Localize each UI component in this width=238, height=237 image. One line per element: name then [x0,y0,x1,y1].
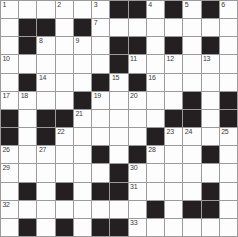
cell-r1-c11[interactable] [202,19,219,36]
block-cell-r5-c4 [74,92,91,109]
cell-r5-c3[interactable] [56,92,73,109]
cell-r10-c10[interactable] [183,183,200,200]
cell-r9-c9[interactable] [165,164,182,181]
cell-r5-c11[interactable] [202,92,219,109]
cell-r6-c4[interactable]: 21 [74,110,91,127]
block-cell-r2-c11 [202,37,219,54]
cell-r9-c8[interactable] [147,164,164,181]
cell-r8-c2[interactable]: 27 [37,146,54,163]
cell-r8-c6[interactable] [110,146,127,163]
block-cell-r4-c1 [19,74,36,91]
cell-r5-c2[interactable] [37,92,54,109]
cell-r9-c10[interactable] [183,164,200,181]
cell-r8-c3[interactable] [56,146,73,163]
cell-r6-c5[interactable] [92,110,109,127]
clue-number-15: 15 [112,74,119,82]
cell-r5-c8[interactable] [147,92,164,109]
cell-r0-c12[interactable]: 6 [220,1,237,18]
cell-r6-c8[interactable] [147,110,164,127]
cell-r0-c8[interactable]: 4 [147,1,164,18]
block-cell-r12-c3 [56,219,73,236]
block-cell-r0-c7 [129,1,146,18]
cell-r8-c8[interactable]: 28 [147,146,164,163]
clue-number-13: 13 [203,55,210,63]
cell-r11-c0[interactable]: 32 [1,201,18,218]
block-cell-r6-c3 [56,110,73,127]
cell-r11-c4[interactable] [74,201,91,218]
clue-number-20: 20 [130,92,137,100]
cell-r12-c4[interactable] [74,219,91,236]
cell-r5-c6[interactable] [110,92,127,109]
cell-r7-c1[interactable] [19,128,36,145]
cell-r12-c12[interactable] [220,219,237,236]
clue-number-9: 9 [75,37,79,45]
block-cell-r12-c1 [19,219,36,236]
cell-r7-c3[interactable]: 22 [56,128,73,145]
cell-r3-c7[interactable]: 11 [129,55,146,72]
cell-r10-c0[interactable] [1,183,18,200]
block-cell-r5-c10 [183,92,200,109]
cell-r4-c12[interactable] [220,74,237,91]
cell-r8-c0[interactable]: 26 [1,146,18,163]
clue-number-10: 10 [3,55,10,63]
clue-number-17: 17 [3,92,10,100]
cell-r3-c3[interactable] [56,55,73,72]
cell-r9-c12[interactable] [220,164,237,181]
cell-r5-c5[interactable]: 19 [92,92,109,109]
clue-number-16: 16 [148,74,155,82]
cell-r9-c2[interactable] [37,164,54,181]
cell-r7-c4[interactable] [74,128,91,145]
block-cell-r11-c11 [202,201,219,218]
cell-r4-c0[interactable] [1,74,18,91]
cell-r4-c2[interactable]: 14 [37,74,54,91]
clue-number-3: 3 [94,1,98,9]
block-cell-r4-c7 [129,74,146,91]
cell-r12-c11[interactable] [202,219,219,236]
cell-r3-c0[interactable]: 10 [1,55,18,72]
cell-r2-c5[interactable] [92,37,109,54]
cell-r10-c7[interactable]: 31 [129,183,146,200]
cell-r5-c7[interactable]: 20 [129,92,146,109]
cell-r8-c4[interactable] [74,146,91,163]
cell-r8-c9[interactable] [165,146,182,163]
cell-r0-c2[interactable] [37,1,54,18]
cell-r12-c9[interactable] [165,219,182,236]
cell-r7-c5[interactable] [92,128,109,145]
cell-r1-c12[interactable] [220,19,237,36]
cell-r12-c0[interactable] [1,219,18,236]
cell-r1-c5[interactable]: 7 [92,19,109,36]
cell-r8-c10[interactable] [183,146,200,163]
cell-r8-c1[interactable] [19,146,36,163]
cell-r9-c3[interactable] [56,164,73,181]
block-cell-r1-c4 [74,19,91,36]
block-cell-r7-c2 [37,128,54,145]
cell-r12-c8[interactable] [147,219,164,236]
clue-number-25: 25 [221,128,228,136]
cell-r0-c0[interactable]: 1 [1,1,18,18]
cell-r10-c4[interactable] [74,183,91,200]
cell-r0-c1[interactable] [19,1,36,18]
clue-number-11: 11 [130,55,137,63]
clue-number-27: 27 [39,146,46,154]
clue-number-19: 19 [94,92,101,100]
cell-r2-c0[interactable] [1,37,18,54]
clue-number-29: 29 [3,164,10,172]
block-cell-r10-c11 [202,183,219,200]
cell-r7-c7[interactable] [129,128,146,145]
cell-r0-c3[interactable]: 2 [56,1,73,18]
block-cell-r1-c2 [37,19,54,36]
cell-r3-c1[interactable] [19,55,36,72]
cell-r5-c9[interactable] [165,92,182,109]
cell-r2-c4[interactable]: 9 [74,37,91,54]
cell-r6-c1[interactable] [19,110,36,127]
cell-r1-c10[interactable] [183,19,200,36]
cell-r9-c0[interactable]: 29 [1,164,18,181]
clue-number-24: 24 [185,128,192,136]
cell-r6-c7[interactable] [129,110,146,127]
cell-r3-c5[interactable] [92,55,109,72]
cell-r11-c5[interactable] [92,201,109,218]
block-cell-r12-c5 [92,219,109,236]
block-cell-r6-c0 [1,110,18,127]
cell-r12-c7[interactable]: 33 [129,219,146,236]
clue-number-2: 2 [57,1,61,9]
cell-r1-c8[interactable] [147,19,164,36]
cell-r0-c10[interactable]: 5 [183,1,200,18]
cell-r12-c10[interactable] [183,219,200,236]
block-cell-r3-c6 [110,55,127,72]
cell-r0-c5[interactable]: 3 [92,1,109,18]
clue-number-8: 8 [39,37,43,45]
block-cell-r0-c6 [110,1,127,18]
cell-r7-c6[interactable] [110,128,127,145]
block-cell-r10-c3 [56,183,73,200]
block-cell-r6-c9 [165,110,182,127]
clue-number-6: 6 [221,1,225,9]
block-cell-r2-c7 [129,37,146,54]
block-cell-r2-c9 [165,37,182,54]
clue-number-32: 32 [3,201,10,209]
block-cell-r9-c6 [110,164,127,181]
cell-r1-c7[interactable] [129,19,146,36]
cell-r11-c3[interactable] [56,201,73,218]
cell-r4-c10[interactable] [183,74,200,91]
block-cell-r2-c6 [110,37,127,54]
block-cell-r8-c7 [129,146,146,163]
cell-r10-c12[interactable] [220,183,237,200]
block-cell-r8-c11 [202,146,219,163]
cell-r4-c9[interactable] [165,74,182,91]
clue-number-26: 26 [3,146,10,154]
cell-r9-c7[interactable]: 30 [129,164,146,181]
cell-r9-c1[interactable] [19,164,36,181]
cell-r2-c12[interactable] [220,37,237,54]
cell-r2-c8[interactable] [147,37,164,54]
block-cell-r6-c12 [220,110,237,127]
crossword-puzzle: 1234567891011121314151617181920212223242… [0,0,238,237]
cell-r3-c12[interactable] [220,55,237,72]
block-cell-r11-c10 [183,201,200,218]
clue-number-31: 31 [130,183,137,191]
clue-number-30: 30 [130,164,137,172]
block-cell-r5-c12 [220,92,237,109]
clue-number-12: 12 [167,55,174,63]
cell-r12-c2[interactable] [37,219,54,236]
block-cell-r0-c11 [202,1,219,18]
block-cell-r11-c8 [147,201,164,218]
cell-r2-c2[interactable]: 8 [37,37,54,54]
cell-r2-c3[interactable] [56,37,73,54]
cell-r6-c11[interactable] [202,110,219,127]
block-cell-r12-c6 [110,219,127,236]
cell-r6-c6[interactable] [110,110,127,127]
cell-r7-c11[interactable] [202,128,219,145]
clue-number-1: 1 [3,1,7,9]
clue-number-22: 22 [57,128,64,136]
block-cell-r7-c0 [1,128,18,145]
block-cell-r2-c1 [19,37,36,54]
cell-r7-c10[interactable]: 24 [183,128,200,145]
cell-r4-c4[interactable] [74,74,91,91]
block-cell-r10-c1 [19,183,36,200]
cell-r7-c9[interactable]: 23 [165,128,182,145]
clue-number-7: 7 [94,19,98,27]
cell-r4-c3[interactable] [56,74,73,91]
clue-number-5: 5 [185,1,189,9]
block-cell-r6-c2 [37,110,54,127]
cell-r8-c12[interactable] [220,146,237,163]
cell-r3-c11[interactable]: 13 [202,55,219,72]
block-cell-r10-c6 [110,183,127,200]
cell-r1-c0[interactable] [1,19,18,36]
clue-number-33: 33 [130,219,137,227]
cell-r10-c8[interactable] [147,183,164,200]
cell-r11-c9[interactable] [165,201,182,218]
block-cell-r4-c5 [92,74,109,91]
block-cell-r8-c5 [92,146,109,163]
clue-number-4: 4 [148,1,152,9]
cell-r4-c6[interactable]: 15 [110,74,127,91]
cell-r11-c2[interactable] [37,201,54,218]
cell-r5-c1[interactable]: 18 [19,92,36,109]
cell-r1-c3[interactable] [56,19,73,36]
cell-r3-c10[interactable] [183,55,200,72]
cell-r3-c4[interactable] [74,55,91,72]
cell-r2-c10[interactable] [183,37,200,54]
cell-r5-c0[interactable]: 17 [1,92,18,109]
clue-number-14: 14 [39,74,46,82]
cell-r3-c8[interactable] [147,55,164,72]
cell-r10-c2[interactable] [37,183,54,200]
clue-number-23: 23 [167,128,174,136]
block-cell-r10-c5 [92,183,109,200]
cell-r10-c9[interactable] [165,183,182,200]
cell-r3-c9[interactable]: 12 [165,55,182,72]
crossword-board: 1234567891011121314151617181920212223242… [0,0,238,237]
cell-r4-c8[interactable]: 16 [147,74,164,91]
block-cell-r7-c8 [147,128,164,145]
clue-number-28: 28 [148,146,155,154]
cell-r9-c11[interactable] [202,164,219,181]
cell-r3-c2[interactable] [37,55,54,72]
clue-number-21: 21 [75,110,82,118]
cell-r1-c9[interactable] [165,19,182,36]
cell-r7-c12[interactable]: 25 [220,128,237,145]
cell-r11-c7[interactable] [129,201,146,218]
cell-r11-c1[interactable] [19,201,36,218]
cell-r0-c4[interactable] [74,1,91,18]
cell-r11-c12[interactable] [220,201,237,218]
cell-r4-c11[interactable] [202,74,219,91]
block-cell-r6-c10 [183,110,200,127]
clue-number-18: 18 [21,92,28,100]
cell-r11-c6[interactable] [110,201,127,218]
cell-r9-c5[interactable] [92,164,109,181]
block-cell-r0-c9 [165,1,182,18]
cell-r1-c6[interactable] [110,19,127,36]
cell-r9-c4[interactable] [74,164,91,181]
block-cell-r1-c1 [19,19,36,36]
